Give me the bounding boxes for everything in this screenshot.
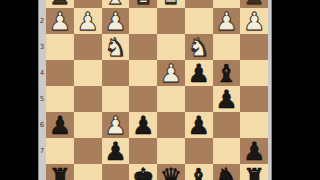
square-h4 <box>46 60 74 86</box>
black-queen-d8: ♛ <box>157 164 185 180</box>
rank-labels: 234567 <box>38 0 46 180</box>
square-b4: ♝ <box>213 60 241 86</box>
rank-label-2: 2 <box>38 17 46 25</box>
square-h5 <box>46 86 74 112</box>
black-bishop-b4: ♝ <box>213 60 241 86</box>
square-e4 <box>129 60 157 86</box>
black-pawn-e6: ♟ <box>129 112 157 138</box>
square-e8: ♚ <box>129 164 157 180</box>
square-c7 <box>185 138 213 164</box>
square-f6: ♟ <box>102 112 130 138</box>
square-d5 <box>157 86 185 112</box>
black-pawn-a7: ♟ <box>240 138 268 164</box>
square-g7 <box>74 138 102 164</box>
square-c4: ♟ <box>185 60 213 86</box>
square-g4 <box>74 60 102 86</box>
square-f2: ♟ <box>102 8 130 34</box>
rank-label-4: 4 <box>38 69 46 77</box>
rank-label-5: 5 <box>38 95 46 103</box>
rank-label-6: 6 <box>38 121 46 129</box>
black-rook-a8: ♜ <box>240 164 268 180</box>
letterbox-right <box>272 0 320 180</box>
square-b5: ♟ <box>213 86 241 112</box>
black-knight-b8: ♞ <box>213 164 241 180</box>
white-pawn-h2: ♟ <box>46 8 74 34</box>
square-e2 <box>129 8 157 34</box>
black-pawn-b5: ♟ <box>213 86 241 112</box>
rank-label-3: 3 <box>38 43 46 51</box>
square-b8: ♞ <box>213 164 241 180</box>
square-c3: ♞ <box>185 34 213 60</box>
white-pawn-b2: ♟ <box>213 8 241 34</box>
square-d8: ♛ <box>157 164 185 180</box>
white-pawn-f6: ♟ <box>102 112 130 138</box>
square-h7 <box>46 138 74 164</box>
rank-label-7: 7 <box>38 147 46 155</box>
square-f3: ♞ <box>102 34 130 60</box>
square-a3 <box>240 34 268 60</box>
square-h3 <box>46 34 74 60</box>
square-d7 <box>157 138 185 164</box>
square-c6: ♟ <box>185 112 213 138</box>
square-d1: ♛ <box>157 0 185 8</box>
white-pawn-a2: ♟ <box>240 8 268 34</box>
square-a8: ♜ <box>240 164 268 180</box>
square-e6: ♟ <box>129 112 157 138</box>
black-king-e8: ♚ <box>129 164 157 180</box>
black-pawn-c4: ♟ <box>185 60 213 86</box>
white-pawn-d4: ♟ <box>157 60 185 86</box>
black-bishop-c8: ♝ <box>185 164 213 180</box>
chess-board: ♜♝♚♛♜♟♟♟♟♟♞♞♟♟♝♟♟♟♟♟♟♟♜♚♛♝♞♜ <box>46 0 268 180</box>
square-g6 <box>74 112 102 138</box>
square-b7 <box>213 138 241 164</box>
square-c1 <box>185 0 213 8</box>
square-g5 <box>74 86 102 112</box>
square-b2: ♟ <box>213 8 241 34</box>
white-knight-c3: ♞ <box>185 34 213 60</box>
square-e3 <box>129 34 157 60</box>
white-knight-f3: ♞ <box>102 34 130 60</box>
square-g2: ♟ <box>74 8 102 34</box>
letterbox-left <box>0 0 38 180</box>
square-g8 <box>74 164 102 180</box>
square-a7: ♟ <box>240 138 268 164</box>
square-h2: ♟ <box>46 8 74 34</box>
white-king-e1: ♚ <box>129 0 157 8</box>
square-b3 <box>213 34 241 60</box>
white-queen-d1: ♛ <box>157 0 185 8</box>
square-f7: ♟ <box>102 138 130 164</box>
square-h6: ♟ <box>46 112 74 138</box>
square-e1: ♚ <box>129 0 157 8</box>
square-g3 <box>74 34 102 60</box>
square-b6 <box>213 112 241 138</box>
square-d2 <box>157 8 185 34</box>
square-a4 <box>240 60 268 86</box>
square-d4: ♟ <box>157 60 185 86</box>
video-frame: ♜♝♚♛♜♟♟♟♟♟♞♞♟♟♝♟♟♟♟♟♟♟♜♚♛♝♞♜ 234567 <box>0 0 320 180</box>
square-a5 <box>240 86 268 112</box>
black-pawn-c6: ♟ <box>185 112 213 138</box>
square-d3 <box>157 34 185 60</box>
square-f4 <box>102 60 130 86</box>
square-f5 <box>102 86 130 112</box>
square-h8: ♜ <box>46 164 74 180</box>
square-a6 <box>240 112 268 138</box>
black-pawn-f7: ♟ <box>102 138 130 164</box>
square-d6 <box>157 112 185 138</box>
square-e5 <box>129 86 157 112</box>
square-c8: ♝ <box>185 164 213 180</box>
square-c2 <box>185 8 213 34</box>
white-pawn-g2: ♟ <box>74 8 102 34</box>
board-viewport: ♜♝♚♛♜♟♟♟♟♟♞♞♟♟♝♟♟♟♟♟♟♟♜♚♛♝♞♜ <box>46 0 268 180</box>
square-c5 <box>185 86 213 112</box>
black-pawn-h6: ♟ <box>46 112 74 138</box>
black-rook-h8: ♜ <box>46 164 74 180</box>
square-e7 <box>129 138 157 164</box>
square-a2: ♟ <box>240 8 268 34</box>
square-f8 <box>102 164 130 180</box>
white-pawn-f2: ♟ <box>102 8 130 34</box>
